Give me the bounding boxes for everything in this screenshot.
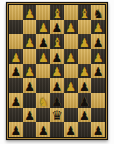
square-r7c6[interactable]: ♟: [78, 93, 92, 108]
square-r5c6[interactable]: ♟: [78, 64, 92, 79]
square-r5c1[interactable]: ♟: [9, 64, 23, 79]
square-r9c7[interactable]: ♟: [91, 122, 105, 137]
square-r9c1[interactable]: ♟: [9, 122, 23, 137]
square-r9c3[interactable]: ♟: [36, 122, 50, 137]
black-pawn[interactable]: ♟: [24, 110, 35, 123]
square-r5c2[interactable]: ♟: [23, 64, 37, 79]
square-r1c3[interactable]: [36, 5, 50, 20]
gold-bishop[interactable]: ♝: [51, 36, 63, 50]
square-r3c3[interactable]: ♟: [36, 34, 50, 49]
black-pawn[interactable]: ♟: [10, 95, 21, 108]
black-pawn[interactable]: ♟: [24, 81, 35, 94]
square-r6c4[interactable]: ♟: [50, 78, 64, 93]
square-r3c7[interactable]: ♟: [91, 34, 105, 49]
black-pawn[interactable]: ♟: [93, 66, 104, 79]
square-r2c2[interactable]: [23, 20, 37, 35]
square-r6c3[interactable]: [36, 78, 50, 93]
square-r5c5[interactable]: [64, 64, 78, 79]
square-r1c5[interactable]: [64, 5, 78, 20]
gold-pawn[interactable]: ♟: [79, 37, 90, 50]
square-r7c2[interactable]: [23, 93, 37, 108]
gold-knight[interactable]: ♞: [38, 95, 49, 108]
gold-pawn[interactable]: ♟: [10, 51, 21, 64]
square-r8c3[interactable]: [36, 108, 50, 123]
square-r8c2[interactable]: ♟: [23, 108, 37, 123]
square-r9c5[interactable]: ♟: [64, 122, 78, 137]
gold-pawn[interactable]: ♟: [24, 7, 35, 20]
square-r4c1[interactable]: ♟: [9, 49, 23, 64]
gold-pawn[interactable]: ♟: [38, 22, 49, 35]
black-pawn[interactable]: ♟: [52, 51, 63, 64]
square-r2c4[interactable]: ♟: [50, 20, 64, 35]
chess-board-grid: ♟♝♝♞♟♟♟♟♟♟♝♟♟♟♟♟♟♟♟♟♟♟♟♟♟♟♟♟♞♟♟♟♛♟♟♟♟♟: [9, 5, 105, 137]
black-pawn[interactable]: ♟: [38, 125, 49, 138]
square-r6c2[interactable]: ♟: [23, 78, 37, 93]
black-pawn[interactable]: ♟: [79, 110, 90, 123]
square-r7c4[interactable]: ♟: [50, 93, 64, 108]
square-r5c4[interactable]: ♟: [50, 64, 64, 79]
square-r4c6[interactable]: [78, 49, 92, 64]
square-r2c3[interactable]: ♟: [36, 20, 50, 35]
square-r1c6[interactable]: ♝: [78, 5, 92, 20]
square-r9c6[interactable]: [78, 122, 92, 137]
black-pawn[interactable]: ♟: [10, 125, 21, 138]
square-r6c6[interactable]: ♟: [78, 78, 92, 93]
square-r8c6[interactable]: ♟: [78, 108, 92, 123]
square-r6c7[interactable]: [91, 78, 105, 93]
square-r4c7[interactable]: ♟: [91, 49, 105, 64]
square-r4c5[interactable]: ♟: [64, 49, 78, 64]
square-r3c2[interactable]: ♟: [23, 34, 37, 49]
square-r4c4[interactable]: ♟: [50, 49, 64, 64]
square-r5c3[interactable]: [36, 64, 50, 79]
black-pawn[interactable]: ♟: [93, 37, 104, 50]
gold-bishop[interactable]: ♝: [79, 6, 91, 20]
gold-pawn[interactable]: ♟: [93, 22, 104, 35]
square-r3c6[interactable]: ♟: [78, 34, 92, 49]
gold-pawn[interactable]: ♟: [93, 51, 104, 64]
square-r8c4[interactable]: ♛: [50, 108, 64, 123]
black-queen[interactable]: ♛: [51, 109, 63, 123]
square-r2c1[interactable]: [9, 20, 23, 35]
black-knight[interactable]: ♞: [93, 7, 104, 20]
gold-bishop[interactable]: ♝: [51, 6, 63, 20]
square-r3c5[interactable]: [64, 34, 78, 49]
square-r9c4[interactable]: [50, 122, 64, 137]
square-r1c7[interactable]: ♞: [91, 5, 105, 20]
square-r2c5[interactable]: ♟: [64, 20, 78, 35]
square-r7c7[interactable]: [91, 93, 105, 108]
chess-board-frame: ♟♝♝♞♟♟♟♟♟♟♝♟♟♟♟♟♟♟♟♟♟♟♟♟♟♟♟♟♞♟♟♟♛♟♟♟♟♟: [6, 2, 108, 140]
gold-pawn[interactable]: ♟: [65, 51, 76, 64]
black-pawn[interactable]: ♟: [79, 81, 90, 94]
square-r1c2[interactable]: ♟: [23, 5, 37, 20]
square-r2c6[interactable]: [78, 20, 92, 35]
black-pawn[interactable]: ♟: [52, 95, 63, 108]
gold-pawn[interactable]: ♟: [24, 37, 35, 50]
black-pawn[interactable]: ♟: [93, 125, 104, 138]
square-r6c1[interactable]: [9, 78, 23, 93]
square-r3c4[interactable]: ♝: [50, 34, 64, 49]
square-r2c7[interactable]: ♟: [91, 20, 105, 35]
gold-pawn[interactable]: ♟: [65, 81, 76, 94]
square-r7c5[interactable]: [64, 93, 78, 108]
square-r4c2[interactable]: [23, 49, 37, 64]
square-r9c2[interactable]: [23, 122, 37, 137]
black-pawn[interactable]: ♟: [79, 95, 90, 108]
gold-pawn[interactable]: ♟: [52, 66, 63, 79]
square-r4c3[interactable]: ♟: [36, 49, 50, 64]
square-r1c4[interactable]: ♝: [50, 5, 64, 20]
black-pawn[interactable]: ♟: [10, 66, 21, 79]
black-pawn[interactable]: ♟: [65, 125, 76, 138]
gold-pawn[interactable]: ♟: [65, 22, 76, 35]
square-r7c1[interactable]: ♟: [9, 93, 23, 108]
square-r3c1[interactable]: [9, 34, 23, 49]
square-r8c1[interactable]: [9, 108, 23, 123]
gold-pawn[interactable]: ♟: [38, 51, 49, 64]
gold-pawn[interactable]: ♟: [24, 66, 35, 79]
gold-pawn[interactable]: ♟: [79, 66, 90, 79]
square-r7c3[interactable]: ♞: [36, 93, 50, 108]
square-r1c1[interactable]: [9, 5, 23, 20]
square-r5c7[interactable]: ♟: [91, 64, 105, 79]
square-r8c5[interactable]: [64, 108, 78, 123]
square-r6c5[interactable]: ♟: [64, 78, 78, 93]
square-r8c7[interactable]: [91, 108, 105, 123]
black-pawn[interactable]: ♟: [38, 37, 49, 50]
black-pawn[interactable]: ♟: [52, 22, 63, 35]
black-pawn[interactable]: ♟: [52, 81, 63, 94]
